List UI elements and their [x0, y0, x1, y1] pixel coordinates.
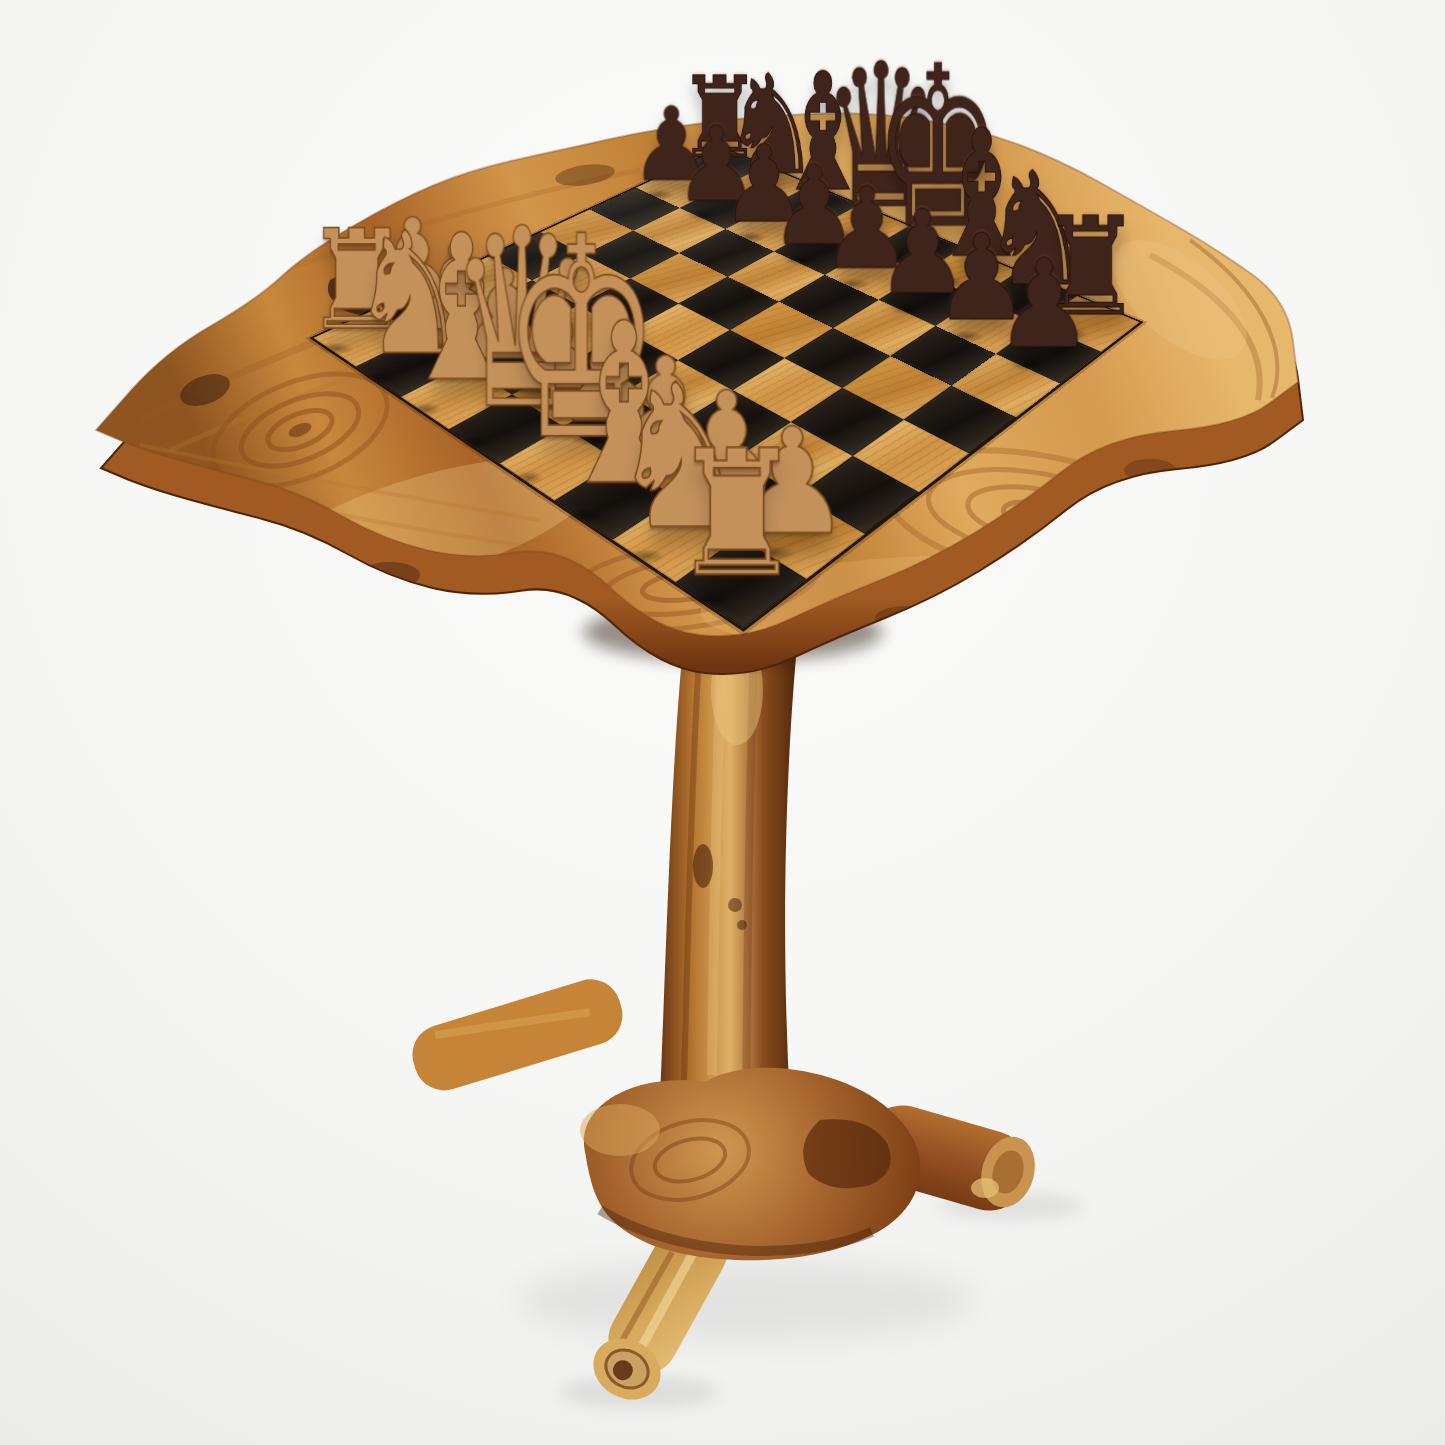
piece-white-rook: ♜	[304, 211, 367, 349]
piece-black-rook: ♜	[677, 62, 729, 175]
chess-board: ♜♞♝♛♚♝♞♜♟♟♟♟♟♟♟♟♟♟♟♟♟♟♟♟♜♞♝♛♚♝♞♜	[314, 148, 1140, 628]
piece-white-pawn: ♟	[366, 203, 431, 320]
piece-black-pawn: ♟	[631, 94, 687, 195]
square-a1: ♜	[314, 309, 419, 366]
white-rook-glyph: ♜	[304, 211, 409, 349]
black-rook-glyph: ♜	[677, 62, 763, 175]
square-b2: ♟	[418, 307, 522, 364]
base-hub	[580, 1068, 920, 1261]
black-rook-glyph: ♜	[1039, 199, 1143, 335]
white-pawn-glyph: ♟	[366, 203, 460, 320]
base-log-back	[405, 972, 630, 1098]
board-perspective-scene: ♜♞♝♛♚♝♞♜♟♟♟♟♟♟♟♟♟♟♟♟♟♟♟♟♜♞♝♛♚♝♞♜	[280, 0, 1180, 780]
black-pawn-glyph: ♟	[631, 94, 713, 195]
black-knight-glyph: ♞	[980, 152, 1092, 309]
square-h8: ♜	[1038, 296, 1140, 352]
product-photo: ♜♞♝♛♚♝♞♜♟♟♟♟♟♟♟♟♟♟♟♟♟♟♟♟♜♞♝♛♚♝♞♜	[0, 0, 1445, 1445]
